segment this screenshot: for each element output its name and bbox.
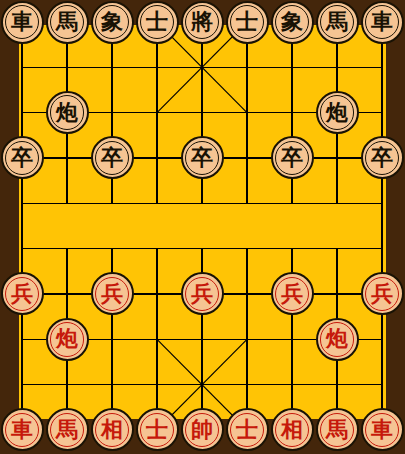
piece-red-horse[interactable]: 馬 — [316, 408, 359, 451]
red-soldier-glyph: 兵 — [101, 282, 123, 304]
piece-black-chariot[interactable]: 車 — [1, 1, 44, 44]
piece-black-soldier[interactable]: 卒 — [91, 136, 134, 179]
red-advisor-glyph: 士 — [236, 418, 258, 440]
piece-red-soldier[interactable]: 兵 — [271, 272, 314, 315]
piece-red-general[interactable]: 帥 — [181, 408, 224, 451]
piece-black-chariot[interactable]: 車 — [361, 1, 404, 44]
piece-red-soldier[interactable]: 兵 — [181, 272, 224, 315]
piece-red-horse[interactable]: 馬 — [46, 408, 89, 451]
black-cannon-glyph: 炮 — [326, 101, 348, 123]
red-elephant-glyph: 相 — [281, 418, 303, 440]
piece-black-general[interactable]: 將 — [181, 1, 224, 44]
black-horse-glyph: 馬 — [326, 11, 348, 33]
black-elephant-glyph: 象 — [101, 11, 123, 33]
black-soldier-glyph: 卒 — [191, 146, 213, 168]
xiangqi-board[interactable]: 車馬象士將士象馬車炮炮卒卒卒卒卒兵兵兵兵兵炮炮車馬相士帥士相馬車 — [0, 0, 405, 454]
red-advisor-glyph: 士 — [146, 418, 168, 440]
black-soldier-glyph: 卒 — [281, 146, 303, 168]
black-chariot-glyph: 車 — [11, 11, 33, 33]
red-cannon-glyph: 炮 — [56, 328, 78, 350]
black-advisor-glyph: 士 — [146, 11, 168, 33]
black-soldier-glyph: 卒 — [371, 146, 393, 168]
piece-black-advisor[interactable]: 士 — [136, 1, 179, 44]
piece-red-chariot[interactable]: 車 — [361, 408, 404, 451]
black-chariot-glyph: 車 — [371, 11, 393, 33]
piece-layer: 車馬象士將士象馬車炮炮卒卒卒卒卒兵兵兵兵兵炮炮車馬相士帥士相馬車 — [0, 0, 405, 453]
piece-red-cannon[interactable]: 炮 — [316, 318, 359, 361]
piece-red-cannon[interactable]: 炮 — [46, 318, 89, 361]
black-cannon-glyph: 炮 — [56, 101, 78, 123]
piece-black-cannon[interactable]: 炮 — [46, 91, 89, 134]
black-advisor-glyph: 士 — [236, 11, 258, 33]
piece-red-advisor[interactable]: 士 — [136, 408, 179, 451]
piece-black-soldier[interactable]: 卒 — [361, 136, 404, 179]
piece-black-elephant[interactable]: 象 — [271, 1, 314, 44]
red-general-glyph: 帥 — [191, 418, 213, 440]
piece-black-soldier[interactable]: 卒 — [1, 136, 44, 179]
red-chariot-glyph: 車 — [371, 418, 393, 440]
red-soldier-glyph: 兵 — [11, 282, 33, 304]
piece-black-horse[interactable]: 馬 — [316, 1, 359, 44]
piece-red-soldier[interactable]: 兵 — [91, 272, 134, 315]
red-cannon-glyph: 炮 — [326, 328, 348, 350]
red-horse-glyph: 馬 — [326, 418, 348, 440]
piece-black-soldier[interactable]: 卒 — [181, 136, 224, 179]
black-soldier-glyph: 卒 — [101, 146, 123, 168]
black-horse-glyph: 馬 — [56, 11, 78, 33]
red-soldier-glyph: 兵 — [371, 282, 393, 304]
black-elephant-glyph: 象 — [281, 11, 303, 33]
piece-red-elephant[interactable]: 相 — [271, 408, 314, 451]
piece-black-advisor[interactable]: 士 — [226, 1, 269, 44]
piece-black-cannon[interactable]: 炮 — [316, 91, 359, 134]
black-soldier-glyph: 卒 — [11, 146, 33, 168]
red-horse-glyph: 馬 — [56, 418, 78, 440]
black-general-glyph: 將 — [191, 11, 213, 33]
piece-red-soldier[interactable]: 兵 — [361, 272, 404, 315]
piece-black-horse[interactable]: 馬 — [46, 1, 89, 44]
piece-black-soldier[interactable]: 卒 — [271, 136, 314, 179]
piece-red-elephant[interactable]: 相 — [91, 408, 134, 451]
piece-red-chariot[interactable]: 車 — [1, 408, 44, 451]
red-soldier-glyph: 兵 — [191, 282, 213, 304]
piece-red-advisor[interactable]: 士 — [226, 408, 269, 451]
red-soldier-glyph: 兵 — [281, 282, 303, 304]
red-elephant-glyph: 相 — [101, 418, 123, 440]
piece-black-elephant[interactable]: 象 — [91, 1, 134, 44]
red-chariot-glyph: 車 — [11, 418, 33, 440]
piece-red-soldier[interactable]: 兵 — [1, 272, 44, 315]
